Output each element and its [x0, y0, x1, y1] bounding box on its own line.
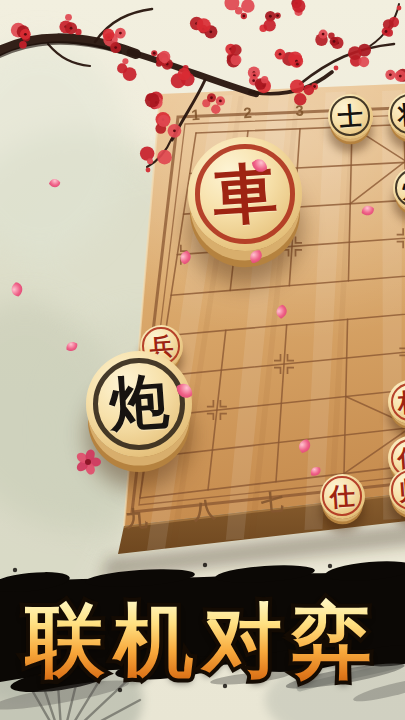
banner-text-label: 联机对弈 — [25, 597, 381, 685]
online-match-banner[interactable]: 联机对弈 联机对弈 — [0, 594, 405, 688]
app-screen: 123九八七六五 士将炮車兵炮相仕仕帅 联机对弈 联机对弈 — [0, 0, 405, 720]
